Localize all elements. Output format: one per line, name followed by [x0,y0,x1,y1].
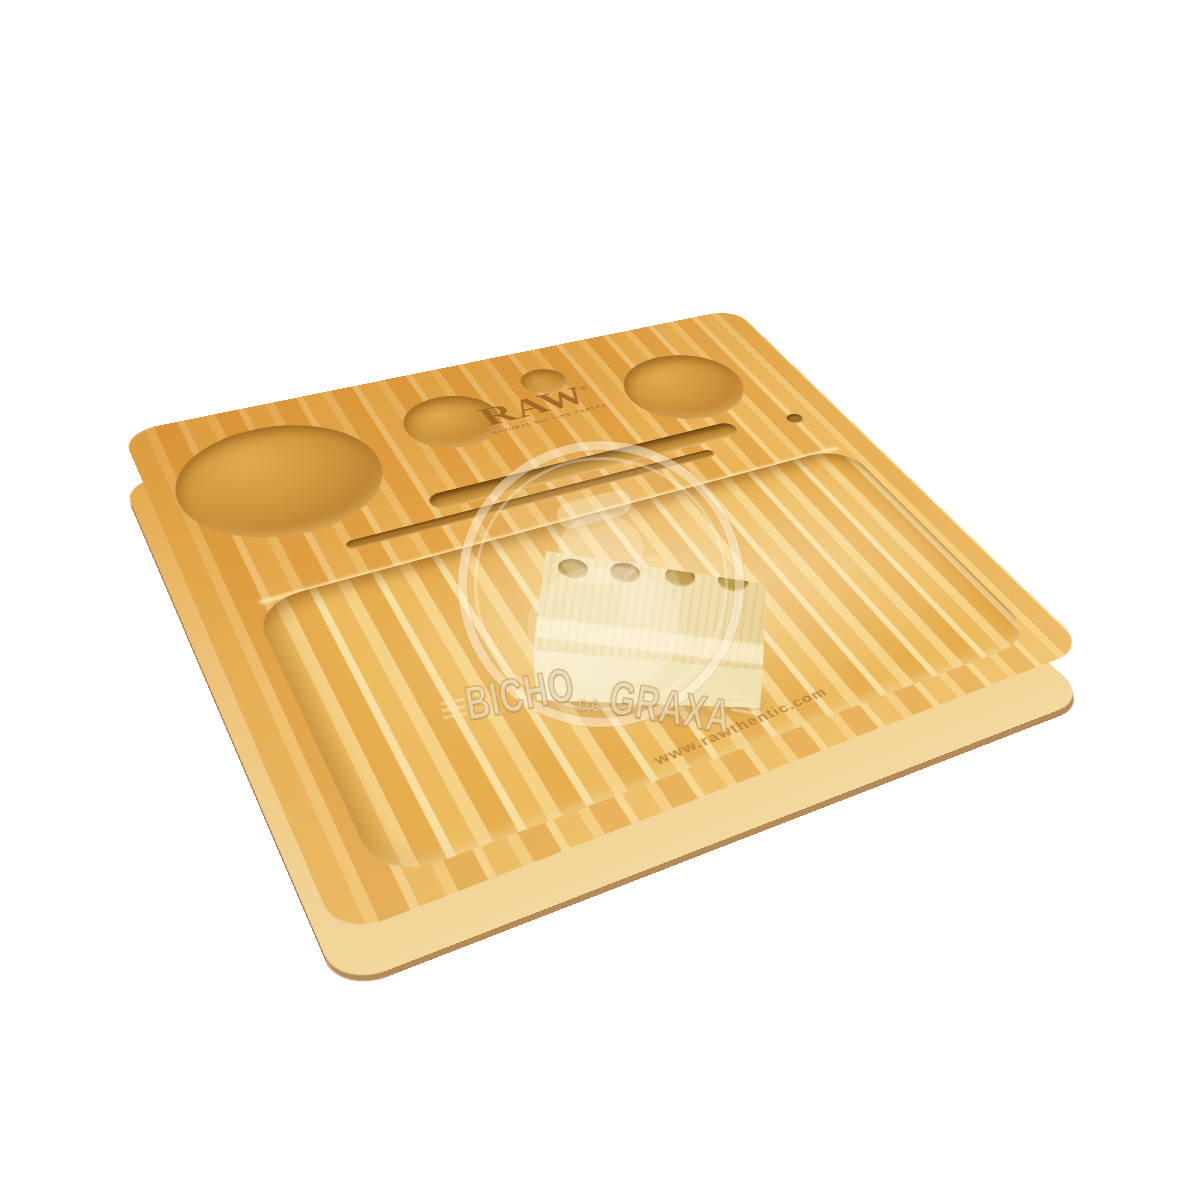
block-hole-1 [557,557,589,580]
round-recess-large-right [604,346,765,429]
poker-pin-hole [784,413,806,425]
block-hole-3 [664,565,696,588]
block-hole-4 [717,570,749,593]
tip-holder-block [525,545,775,720]
raw-logo-engraving: RAW® NATURAL ROLLING PAPERS [472,382,606,435]
block-hole-2 [609,561,641,584]
product-photo-scene: RAW® NATURAL ROLLING PAPERS www.rawthent… [0,0,1200,1200]
